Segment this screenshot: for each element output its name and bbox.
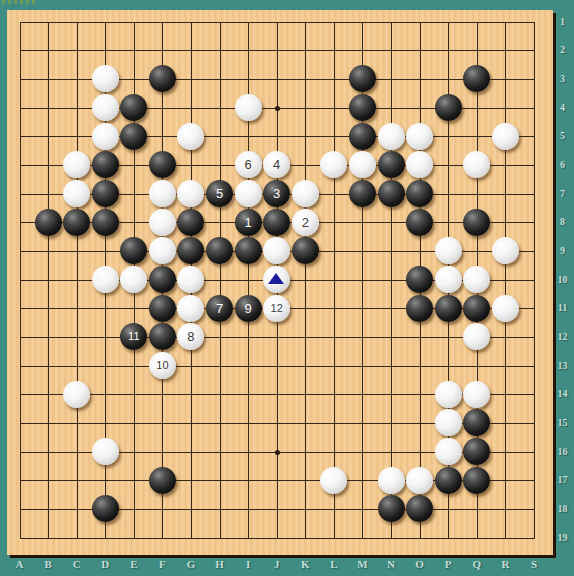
stone-F12[interactable] <box>149 323 176 350</box>
stone-P15[interactable] <box>435 409 462 436</box>
row-label-12: 12 <box>553 330 572 344</box>
stone-M6[interactable] <box>349 151 376 178</box>
star-point <box>275 106 280 111</box>
stone-D16[interactable] <box>92 438 119 465</box>
stone-M5[interactable] <box>349 123 376 150</box>
col-label-S: S <box>524 556 544 572</box>
row-label-19: 19 <box>553 531 572 545</box>
stone-O17[interactable] <box>406 467 433 494</box>
stone-O7[interactable] <box>406 180 433 207</box>
stone-I11[interactable]: 9 <box>235 295 262 322</box>
grid-line <box>20 22 21 539</box>
col-label-K: K <box>295 556 315 572</box>
row-label-10: 10 <box>553 273 572 287</box>
col-label-H: H <box>210 556 230 572</box>
stone-P14[interactable] <box>435 381 462 408</box>
move-number: 3 <box>273 187 280 200</box>
stone-I6[interactable]: 6 <box>235 151 262 178</box>
grid-line <box>334 22 335 539</box>
col-label-D: D <box>95 556 115 572</box>
stone-K7[interactable] <box>292 180 319 207</box>
move-number: 2 <box>302 216 309 229</box>
stone-R9[interactable] <box>492 237 519 264</box>
stone-N6[interactable] <box>378 151 405 178</box>
col-label-J: J <box>267 556 287 572</box>
stone-L6[interactable] <box>320 151 347 178</box>
stone-J11[interactable]: 12 <box>263 295 290 322</box>
stone-F8[interactable] <box>149 209 176 236</box>
stone-F17[interactable] <box>149 467 176 494</box>
stone-H9[interactable] <box>206 237 233 264</box>
row-label-15: 15 <box>553 416 572 430</box>
stone-D6[interactable] <box>92 151 119 178</box>
stone-C7[interactable] <box>63 180 90 207</box>
stone-G9[interactable] <box>177 237 204 264</box>
stone-E12[interactable]: 11 <box>120 323 147 350</box>
stone-O18[interactable] <box>406 495 433 522</box>
row-label-17: 17 <box>553 473 572 487</box>
move-number: 12 <box>271 303 283 314</box>
stone-Q12[interactable] <box>463 323 490 350</box>
stone-J8[interactable] <box>263 209 290 236</box>
stone-L17[interactable] <box>320 467 347 494</box>
stone-C14[interactable] <box>63 381 90 408</box>
stone-C6[interactable] <box>63 151 90 178</box>
col-label-B: B <box>38 556 58 572</box>
stone-Q15[interactable] <box>463 409 490 436</box>
move-number: 5 <box>216 187 223 200</box>
col-label-L: L <box>324 556 344 572</box>
stone-B8[interactable] <box>35 209 62 236</box>
stone-I9[interactable] <box>235 237 262 264</box>
stone-D8[interactable] <box>92 209 119 236</box>
stone-J9[interactable] <box>263 237 290 264</box>
col-label-F: F <box>152 556 172 572</box>
row-label-2: 2 <box>553 43 572 57</box>
grid-line <box>48 22 49 539</box>
row-label-13: 13 <box>553 359 572 373</box>
col-label-I: I <box>238 556 258 572</box>
stone-F7[interactable] <box>149 180 176 207</box>
stone-Q16[interactable] <box>463 438 490 465</box>
stone-O6[interactable] <box>406 151 433 178</box>
stone-I4[interactable] <box>235 94 262 121</box>
move-number: 9 <box>245 302 252 315</box>
stone-K8[interactable]: 2 <box>292 209 319 236</box>
move-number: 7 <box>216 302 223 315</box>
stone-D7[interactable] <box>92 180 119 207</box>
row-label-4: 4 <box>553 101 572 115</box>
triangle-marker <box>268 273 284 284</box>
row-label-16: 16 <box>553 445 572 459</box>
stone-G10[interactable] <box>177 266 204 293</box>
stone-J6[interactable]: 4 <box>263 151 290 178</box>
stone-R11[interactable] <box>492 295 519 322</box>
stone-P4[interactable] <box>435 94 462 121</box>
row-label-8: 8 <box>553 215 572 229</box>
stone-O10[interactable] <box>406 266 433 293</box>
stone-D3[interactable] <box>92 65 119 92</box>
grid-line <box>305 22 306 539</box>
stone-C8[interactable] <box>63 209 90 236</box>
stone-H11[interactable]: 7 <box>206 295 233 322</box>
col-label-Q: Q <box>467 556 487 572</box>
move-number: 11 <box>128 331 139 342</box>
col-label-C: C <box>67 556 87 572</box>
row-label-18: 18 <box>553 502 572 516</box>
stone-O11[interactable] <box>406 295 433 322</box>
row-label-11: 11 <box>553 301 572 315</box>
stone-O8[interactable] <box>406 209 433 236</box>
stone-Q8[interactable] <box>463 209 490 236</box>
stone-M7[interactable] <box>349 180 376 207</box>
stone-F9[interactable] <box>149 237 176 264</box>
col-label-A: A <box>10 556 30 572</box>
move-number: 1 <box>245 216 252 229</box>
stone-H7[interactable]: 5 <box>206 180 233 207</box>
col-label-E: E <box>124 556 144 572</box>
stone-E5[interactable] <box>120 123 147 150</box>
col-label-R: R <box>495 556 515 572</box>
stone-O5[interactable] <box>406 123 433 150</box>
stone-N17[interactable] <box>378 467 405 494</box>
window-artifact <box>2 0 36 4</box>
stone-E9[interactable] <box>120 237 147 264</box>
move-number: 4 <box>273 158 280 171</box>
stone-M4[interactable] <box>349 94 376 121</box>
grid-line <box>534 22 535 539</box>
stone-F6[interactable] <box>149 151 176 178</box>
row-label-6: 6 <box>553 158 572 172</box>
row-label-7: 7 <box>553 187 572 201</box>
grid-line <box>77 22 78 539</box>
stone-Q10[interactable] <box>463 266 490 293</box>
stone-K9[interactable] <box>292 237 319 264</box>
row-label-3: 3 <box>553 72 572 86</box>
stone-G7[interactable] <box>177 180 204 207</box>
stone-N18[interactable] <box>378 495 405 522</box>
row-label-5: 5 <box>553 129 572 143</box>
stone-G5[interactable] <box>177 123 204 150</box>
stone-Q17[interactable] <box>463 467 490 494</box>
stone-F13[interactable]: 10 <box>149 352 176 379</box>
row-label-1: 1 <box>553 15 572 29</box>
stone-P17[interactable] <box>435 467 462 494</box>
stone-G8[interactable] <box>177 209 204 236</box>
grid-line <box>391 22 392 539</box>
stone-P11[interactable] <box>435 295 462 322</box>
stone-I8[interactable]: 1 <box>235 209 262 236</box>
stone-F10[interactable] <box>149 266 176 293</box>
col-label-G: G <box>181 556 201 572</box>
stone-I7[interactable] <box>235 180 262 207</box>
stone-J10[interactable] <box>263 266 290 293</box>
grid-line <box>220 22 221 539</box>
stone-E4[interactable] <box>120 94 147 121</box>
stone-Q6[interactable] <box>463 151 490 178</box>
stone-P9[interactable] <box>435 237 462 264</box>
stone-N5[interactable] <box>378 123 405 150</box>
stone-E10[interactable] <box>120 266 147 293</box>
grid-line <box>505 22 506 539</box>
col-label-N: N <box>381 556 401 572</box>
stone-F3[interactable] <box>149 65 176 92</box>
stone-R5[interactable] <box>492 123 519 150</box>
col-label-O: O <box>410 556 430 572</box>
go-board-app: 645312791211810 ABCDEFGHIJKLMNOPQRS12345… <box>0 0 574 576</box>
stone-D18[interactable] <box>92 495 119 522</box>
stone-N7[interactable] <box>378 180 405 207</box>
stone-G11[interactable] <box>177 295 204 322</box>
stone-D4[interactable] <box>92 94 119 121</box>
col-label-M: M <box>352 556 372 572</box>
row-label-14: 14 <box>553 387 572 401</box>
star-point <box>275 450 280 455</box>
stone-Q3[interactable] <box>463 65 490 92</box>
move-number: 8 <box>187 330 194 343</box>
stone-F11[interactable] <box>149 295 176 322</box>
stone-P16[interactable] <box>435 438 462 465</box>
stone-P10[interactable] <box>435 266 462 293</box>
stone-G12[interactable]: 8 <box>177 323 204 350</box>
stone-Q14[interactable] <box>463 381 490 408</box>
col-label-P: P <box>438 556 458 572</box>
move-number: 10 <box>156 360 168 371</box>
stone-D10[interactable] <box>92 266 119 293</box>
stone-Q11[interactable] <box>463 295 490 322</box>
row-label-9: 9 <box>553 244 572 258</box>
move-number: 6 <box>245 158 252 171</box>
stone-J7[interactable]: 3 <box>263 180 290 207</box>
stone-M3[interactable] <box>349 65 376 92</box>
go-board[interactable]: 645312791211810 <box>7 10 553 555</box>
stone-D5[interactable] <box>92 123 119 150</box>
